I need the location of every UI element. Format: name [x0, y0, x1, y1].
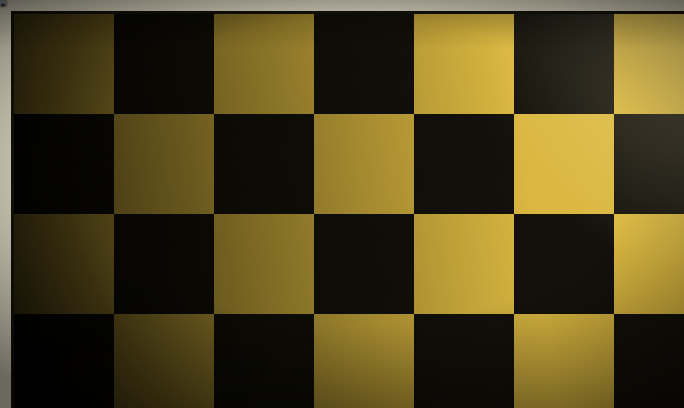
- square-f8: [514, 14, 614, 114]
- square-f6: [514, 214, 614, 314]
- square-e8: [414, 14, 514, 114]
- square-e5: [414, 314, 514, 408]
- scene: [0, 0, 684, 408]
- square-a6: [14, 214, 114, 314]
- checkers-board: [0, 0, 684, 408]
- square-a8: [14, 14, 114, 114]
- square-g6: [614, 214, 684, 314]
- square-b6: [114, 214, 214, 314]
- square-a7: [14, 114, 114, 214]
- square-e6: [414, 214, 514, 314]
- square-c5: [214, 314, 314, 408]
- square-b5: [114, 314, 214, 408]
- square-b8: [114, 14, 214, 114]
- square-g8: [614, 14, 684, 114]
- board-grid: [14, 14, 684, 408]
- square-e7: [414, 114, 514, 214]
- checkers-photo: [0, 0, 684, 408]
- square-d6: [314, 214, 414, 314]
- square-d5: [314, 314, 414, 408]
- square-b7: [114, 114, 214, 214]
- square-c6: [214, 214, 314, 314]
- square-g7: [614, 114, 684, 214]
- square-d7: [314, 114, 414, 214]
- square-d8: [314, 14, 414, 114]
- square-a5: [14, 314, 114, 408]
- square-c8: [214, 14, 314, 114]
- square-g5: [614, 314, 684, 408]
- square-f7: [514, 114, 614, 214]
- square-c7: [214, 114, 314, 214]
- square-f5: [514, 314, 614, 408]
